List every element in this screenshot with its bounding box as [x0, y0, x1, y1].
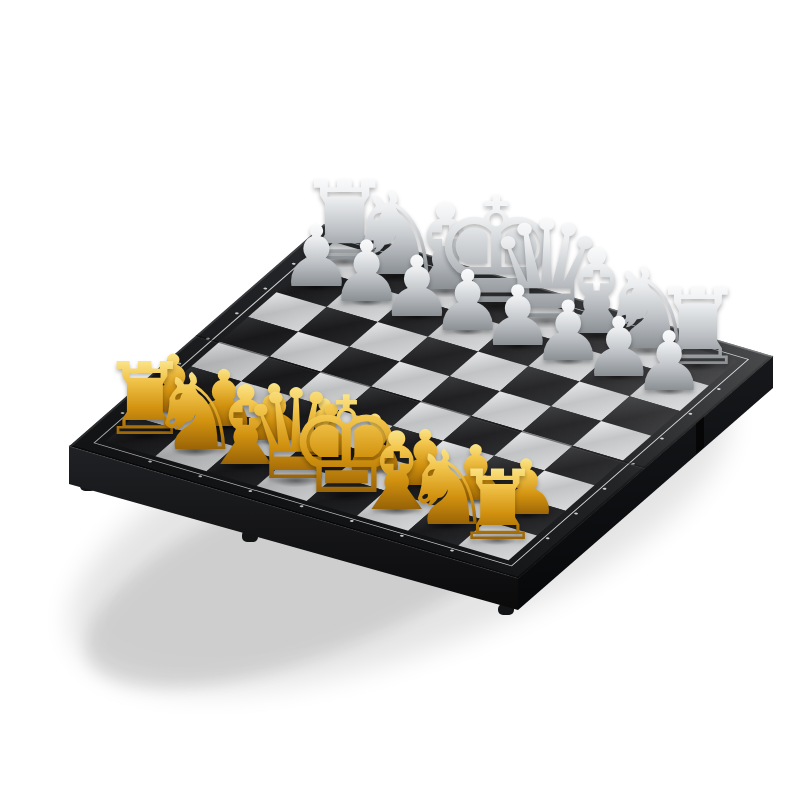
magnet-dot [389, 250, 394, 253]
magnet-dot [198, 475, 203, 478]
magnet-dot [544, 537, 549, 540]
magnet-dot [641, 324, 646, 327]
magnet-dot [291, 262, 296, 265]
magnet-dot [489, 279, 494, 282]
magnet-dot [659, 437, 664, 440]
magnet-dot [400, 534, 405, 537]
magnet-dot [349, 519, 354, 522]
magnet-dot [299, 504, 304, 507]
magnet-dot [590, 309, 595, 312]
magnet-dot [691, 339, 696, 342]
magnet-dot [450, 549, 455, 552]
magnet-dot [262, 287, 267, 290]
magnet-dot [119, 412, 124, 415]
product-photo: ♜♞♝♛♚♝♞♜♟♟♟♟♟♟♟♟♟♟♟♟♟♟♟♟♜♞♝♚♛♝♞♜ [0, 0, 800, 800]
magnet-dot [687, 412, 692, 415]
magnet-dot [176, 362, 181, 365]
magnet-dot [148, 460, 153, 463]
magnet-dot [716, 387, 721, 390]
magnet-dot [540, 294, 545, 297]
magnet-dot [602, 487, 607, 490]
magnet-dot [248, 490, 253, 493]
magnet-dot [439, 265, 444, 268]
magnet-dot [573, 512, 578, 515]
magnet-dot [148, 387, 153, 390]
magnet-dot [234, 312, 239, 315]
